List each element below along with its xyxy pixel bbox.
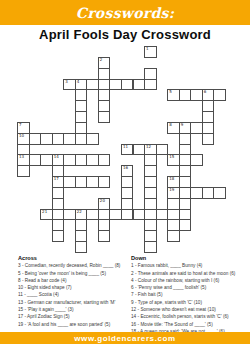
grid-cell[interactable] [75, 241, 88, 253]
grid-cell[interactable] [190, 154, 203, 166]
clue-number: 20 [100, 199, 105, 203]
clue-item: 9 - Type of ape, starts with 'C' (10) [131, 300, 243, 306]
down-header: Down [131, 256, 243, 262]
clue-item: 5 - Being 'over the moon' is being ____ … [18, 271, 126, 277]
clue-item: 16 - Movie title: 'The Sound of ____' (5… [131, 322, 243, 328]
clue-item: 13 - German car manufacturer, starting w… [18, 300, 126, 306]
clue-number: 1 [146, 47, 149, 51]
grid-cell[interactable] [52, 230, 65, 242]
page-title: April Fools Day Crossword [0, 27, 250, 42]
grid-cell[interactable] [98, 230, 111, 242]
clue-number: 6 [204, 90, 207, 94]
clue-number: 13 [19, 155, 24, 159]
across-clues-list: 3 - Comedian, recently deceased, Robin _… [18, 263, 126, 327]
clue-item: 6 - 'Penny wise and ____ foolish' (5) [131, 285, 243, 291]
clue-number: 17 [54, 177, 59, 181]
grid-cell[interactable] [167, 230, 180, 242]
down-clues-column: Down 1 - Famous rabbit, ____ Bunny (4)2 … [131, 256, 243, 336]
clue-number: 18 [169, 177, 174, 181]
clue-number: 5 [169, 90, 172, 94]
grid-cell[interactable] [144, 241, 157, 253]
clue-item: 2 - These animals are said to howl at th… [131, 271, 243, 277]
footer-url: www.goldencarers.com [74, 334, 176, 343]
clue-item: 12 - Someone who doesn't eat meat (10) [131, 307, 243, 313]
clue-item: 3 - Comedian, recently deceased, Robin _… [18, 263, 126, 269]
clue-number: 11 [123, 145, 128, 149]
clue-item: 14 - Eccentric, foolish person, starts w… [131, 314, 243, 320]
clue-item: 4 - Colour of the rainbow, starting with… [131, 278, 243, 284]
clue-item: 19 - 'A fool and his ____ are soon parte… [18, 322, 126, 328]
grid-cell[interactable] [213, 187, 226, 199]
clue-number: 19 [169, 188, 174, 192]
clue-item: 17 - April Zodiac Sign (5) [18, 314, 126, 320]
grid-cell[interactable] [98, 176, 111, 188]
grid-cell[interactable] [98, 111, 111, 123]
grid-cell[interactable]: 1 [144, 46, 157, 58]
across-header: Across [18, 256, 126, 262]
clue-item: 7 - Fish bait (5) [131, 292, 243, 298]
clue-number: 9 [181, 123, 184, 127]
clue-number: 7 [19, 123, 22, 127]
grid-cell[interactable] [179, 219, 192, 231]
clue-number: 22 [77, 210, 82, 214]
crossword-page: Crosswords: April Fools Day Crossword 12… [0, 0, 250, 344]
clue-item: 1 - Famous rabbit, ____ Bunny (4) [131, 263, 243, 269]
clue-item: 11 - ____ Scotia (4) [18, 292, 126, 298]
clue-number: 21 [42, 210, 47, 214]
footer-banner: www.goldencarers.com [0, 332, 250, 344]
brand-logo-text: Crosswords: [76, 5, 175, 21]
down-clues-list: 1 - Famous rabbit, ____ Bunny (4)2 - The… [131, 263, 243, 334]
crossword-grid: 12345678910111213141516171819202122 [17, 46, 225, 252]
clue-number: 14 [54, 155, 59, 159]
clue-item: 10 - Eight sided shape (7) [18, 285, 126, 291]
clue-number: 15 [169, 155, 174, 159]
clue-item: 15 - 'Play it again ____' (3) [18, 307, 126, 313]
clue-item: 8 - Read a bar code (4) [18, 278, 126, 284]
clue-number: 4 [77, 80, 80, 84]
grid-cell[interactable] [202, 133, 215, 145]
grid-cell[interactable] [213, 89, 226, 101]
clue-number: 2 [100, 58, 103, 62]
header-banner: Crosswords: [0, 0, 250, 25]
clue-number: 3 [65, 80, 68, 84]
grid-cell[interactable] [17, 165, 30, 177]
clue-number: 12 [146, 145, 151, 149]
grid-cell[interactable] [98, 154, 111, 166]
clue-number: 16 [123, 166, 128, 170]
clue-number: 8 [169, 123, 172, 127]
grid-cell[interactable] [86, 133, 99, 145]
clue-number: 10 [19, 134, 24, 138]
grid-cell[interactable] [144, 79, 157, 91]
across-clues-column: Across 3 - Comedian, recently deceased, … [18, 256, 126, 329]
